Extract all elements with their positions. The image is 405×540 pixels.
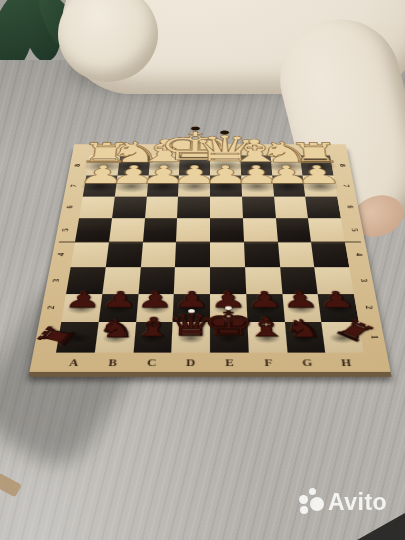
- square-c3[interactable]: [138, 267, 175, 294]
- square-c2[interactable]: [136, 294, 174, 323]
- square-d2[interactable]: [173, 294, 210, 323]
- piece-glyph: ♟: [271, 163, 366, 188]
- corner-object: [357, 513, 405, 540]
- file-label-h: H: [326, 356, 367, 367]
- square-g1[interactable]: [284, 322, 325, 353]
- file-labels: ABCDEFGH: [53, 354, 367, 370]
- board-frame: ABCDEFGH 87654321 87654321 ♜♞♝♚♛♝♞♜♟♟♟♟♟…: [29, 144, 390, 372]
- square-c4[interactable]: [140, 242, 176, 267]
- square-d6[interactable]: [177, 196, 210, 218]
- rank-label-left-3: 3: [49, 272, 67, 288]
- square-h6[interactable]: [305, 196, 341, 218]
- rank-label-left-6: 6: [63, 201, 79, 214]
- square-g5[interactable]: [275, 218, 311, 242]
- file-label-e: E: [210, 356, 249, 367]
- square-f6[interactable]: [242, 196, 276, 218]
- square-b2[interactable]: [98, 294, 138, 323]
- square-b4[interactable]: [106, 242, 143, 267]
- square-f2[interactable]: [246, 294, 284, 323]
- file-label-b: B: [93, 356, 133, 367]
- square-h1[interactable]: [322, 322, 364, 353]
- square-c1[interactable]: [133, 322, 173, 353]
- square-g4[interactable]: [278, 242, 315, 267]
- avito-logo-icon: [298, 487, 324, 517]
- square-g6[interactable]: [274, 196, 309, 218]
- square-d1[interactable]: [171, 322, 210, 353]
- square-g3[interactable]: [280, 267, 318, 294]
- square-f1[interactable]: [247, 322, 287, 353]
- square-d4[interactable]: [175, 242, 210, 267]
- rank-label-left-5: 5: [59, 223, 75, 237]
- square-f4[interactable]: [244, 242, 280, 267]
- rank-label-right-6: 6: [341, 201, 357, 214]
- square-h5[interactable]: [308, 218, 345, 242]
- square-f5[interactable]: [243, 218, 278, 242]
- rank-label-left-1: 1: [38, 328, 57, 346]
- rank-label-right-1: 1: [363, 328, 382, 346]
- square-c6[interactable]: [145, 196, 179, 218]
- rank-label-right-4: 4: [349, 247, 366, 262]
- rank-label-left-2: 2: [44, 299, 62, 316]
- square-h4[interactable]: [311, 242, 349, 267]
- square-b3[interactable]: [102, 267, 140, 294]
- rank-label-left-4: 4: [54, 247, 71, 262]
- file-label-a: A: [53, 356, 94, 367]
- square-d5[interactable]: [176, 218, 210, 242]
- square-a3[interactable]: [66, 267, 105, 294]
- light-pawn-h7[interactable]: ♟: [271, 163, 367, 189]
- square-e1[interactable]: [210, 322, 249, 353]
- square-a1[interactable]: [56, 322, 98, 353]
- watermark-text: Avito: [328, 489, 387, 516]
- square-e5[interactable]: [210, 218, 244, 242]
- file-label-g: G: [287, 356, 327, 367]
- square-e3[interactable]: [210, 267, 246, 294]
- square-h2[interactable]: [318, 294, 359, 323]
- square-c5[interactable]: [143, 218, 178, 242]
- square-b1[interactable]: [94, 322, 135, 353]
- square-d3[interactable]: [174, 267, 210, 294]
- square-e2[interactable]: [210, 294, 247, 323]
- square-h3[interactable]: [314, 267, 353, 294]
- square-a2[interactable]: [61, 294, 102, 323]
- square-b5[interactable]: [109, 218, 145, 242]
- file-label-c: C: [132, 356, 172, 367]
- square-a6[interactable]: [79, 196, 115, 218]
- square-g2[interactable]: [282, 294, 322, 323]
- rank-label-right-3: 3: [353, 272, 371, 288]
- square-a4[interactable]: [71, 242, 109, 267]
- square-a5[interactable]: [75, 218, 112, 242]
- square-f3[interactable]: [245, 267, 282, 294]
- photo-scene: ABCDEFGH 87654321 87654321 ♜♞♝♚♛♝♞♜♟♟♟♟♟…: [0, 0, 405, 540]
- square-e4[interactable]: [210, 242, 245, 267]
- chess-board: ABCDEFGH 87654321 87654321 ♜♞♝♚♛♝♞♜♟♟♟♟♟…: [55, 87, 365, 397]
- file-label-d: D: [171, 356, 210, 367]
- square-e6[interactable]: [210, 196, 243, 218]
- square-b6[interactable]: [112, 196, 147, 218]
- rank-label-right-2: 2: [358, 299, 376, 316]
- rank-label-right-5: 5: [345, 223, 361, 237]
- file-label-f: F: [249, 356, 289, 367]
